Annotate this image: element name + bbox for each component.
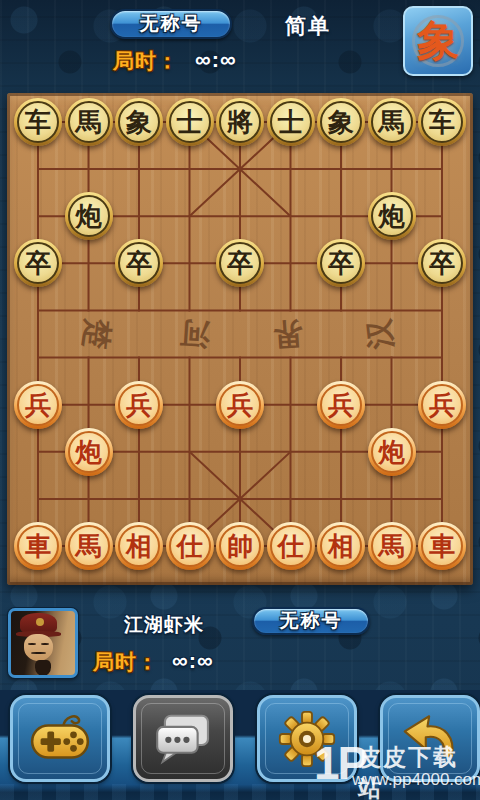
piece-face: 炮 bbox=[68, 431, 110, 473]
piece-face: 馬 bbox=[68, 525, 110, 567]
piece-face: 象 bbox=[118, 101, 160, 143]
piece-face: 卒 bbox=[421, 242, 463, 284]
opponent-time-value: ∞:∞ bbox=[195, 47, 237, 73]
piece-black-c3r1[interactable]: 象 bbox=[115, 98, 163, 146]
piece-char: 車 bbox=[429, 533, 455, 559]
piece-red-c7r10[interactable]: 相 bbox=[317, 522, 365, 570]
piece-char: 炮 bbox=[76, 439, 102, 465]
piece-red-c9r10[interactable]: 車 bbox=[418, 522, 466, 570]
piece-char: 卒 bbox=[227, 250, 253, 276]
piece-char: 象 bbox=[126, 109, 152, 135]
piece-black-c3r4[interactable]: 卒 bbox=[115, 239, 163, 287]
piece-red-c8r10[interactable]: 馬 bbox=[368, 522, 416, 570]
piece-char: 车 bbox=[25, 109, 51, 135]
xiangqi-logo-icon: 象 bbox=[417, 13, 459, 69]
piece-char: 卒 bbox=[25, 250, 51, 276]
piece-char: 卒 bbox=[126, 250, 152, 276]
piece-char: 炮 bbox=[379, 203, 405, 229]
piece-face: 相 bbox=[118, 525, 160, 567]
watermark-site-url: www.pp4000.com bbox=[352, 770, 480, 790]
piece-char: 卒 bbox=[429, 250, 455, 276]
game-screen: 无称号 简单 象 局时： ∞:∞ 楚 河 界 汉 车馬象士將士象馬车炮炮卒卒卒卒… bbox=[0, 0, 480, 800]
piece-char: 將 bbox=[227, 109, 253, 135]
piece-face: 象 bbox=[320, 101, 362, 143]
player-title-badge[interactable]: 无称号 bbox=[252, 607, 370, 635]
piece-face: 兵 bbox=[421, 384, 463, 426]
piece-face: 馬 bbox=[68, 101, 110, 143]
player-time-value: ∞:∞ bbox=[172, 648, 214, 674]
piece-red-c2r10[interactable]: 馬 bbox=[65, 522, 113, 570]
piece-face: 卒 bbox=[219, 242, 261, 284]
player-time-label: 局时： bbox=[93, 648, 159, 676]
piece-face: 兵 bbox=[17, 384, 59, 426]
piece-face: 兵 bbox=[219, 384, 261, 426]
piece-char: 馬 bbox=[76, 533, 102, 559]
piece-black-c8r3[interactable]: 炮 bbox=[368, 192, 416, 240]
avatar-face bbox=[24, 634, 53, 661]
app-logo-tile[interactable]: 象 bbox=[403, 6, 473, 76]
piece-black-c1r4[interactable]: 卒 bbox=[14, 239, 62, 287]
piece-black-c2r3[interactable]: 炮 bbox=[65, 192, 113, 240]
piece-red-c3r7[interactable]: 兵 bbox=[115, 381, 163, 429]
opponent-time-label: 局时： bbox=[113, 47, 179, 75]
piece-char: 兵 bbox=[328, 392, 354, 418]
piece-face: 車 bbox=[421, 525, 463, 567]
piece-black-c6r1[interactable]: 士 bbox=[267, 98, 315, 146]
piece-char: 相 bbox=[328, 533, 354, 559]
piece-char: 相 bbox=[126, 533, 152, 559]
piece-face: 仕 bbox=[270, 525, 312, 567]
river-char-he: 河 bbox=[176, 315, 214, 353]
piece-char: 兵 bbox=[126, 392, 152, 418]
player-name: 江湖虾米 bbox=[124, 612, 204, 638]
piece-char: 炮 bbox=[379, 439, 405, 465]
piece-face: 卒 bbox=[320, 242, 362, 284]
piece-char: 士 bbox=[177, 109, 203, 135]
piece-black-c5r4[interactable]: 卒 bbox=[216, 239, 264, 287]
piece-red-c1r10[interactable]: 車 bbox=[14, 522, 62, 570]
piece-red-c1r7[interactable]: 兵 bbox=[14, 381, 62, 429]
piece-face: 士 bbox=[169, 101, 211, 143]
gamepad-icon bbox=[26, 712, 94, 766]
difficulty-label: 简单 bbox=[285, 12, 331, 40]
xiangqi-board[interactable]: 楚 河 界 汉 车馬象士將士象馬车炮炮卒卒卒卒卒兵兵兵兵兵炮炮車馬相仕帥仕相馬車 bbox=[7, 93, 473, 585]
river-char-jie: 界 bbox=[269, 315, 307, 353]
piece-char: 馬 bbox=[76, 109, 102, 135]
piece-char: 車 bbox=[25, 533, 51, 559]
avatar-mustache bbox=[31, 652, 45, 654]
piece-red-c9r7[interactable]: 兵 bbox=[418, 381, 466, 429]
player-avatar[interactable] bbox=[8, 608, 78, 678]
piece-black-c8r1[interactable]: 馬 bbox=[368, 98, 416, 146]
piece-char: 仕 bbox=[278, 533, 304, 559]
piece-black-c9r1[interactable]: 车 bbox=[418, 98, 466, 146]
piece-char: 兵 bbox=[429, 392, 455, 418]
piece-red-c3r10[interactable]: 相 bbox=[115, 522, 163, 570]
game-menu-button[interactable] bbox=[10, 695, 110, 782]
piece-red-c4r10[interactable]: 仕 bbox=[166, 522, 214, 570]
piece-black-c1r1[interactable]: 车 bbox=[14, 98, 62, 146]
piece-char: 兵 bbox=[227, 392, 253, 418]
piece-face: 炮 bbox=[68, 195, 110, 237]
river-char-han: 汉 bbox=[360, 314, 400, 354]
piece-red-c7r7[interactable]: 兵 bbox=[317, 381, 365, 429]
piece-char: 兵 bbox=[25, 392, 51, 418]
piece-char: 仕 bbox=[177, 533, 203, 559]
piece-face: 帥 bbox=[219, 525, 261, 567]
piece-face: 卒 bbox=[17, 242, 59, 284]
piece-char: 炮 bbox=[76, 203, 102, 229]
avatar-eye bbox=[41, 643, 49, 645]
piece-face: 將 bbox=[219, 101, 261, 143]
piece-face: 士 bbox=[270, 101, 312, 143]
piece-face: 车 bbox=[17, 101, 59, 143]
avatar-eye bbox=[28, 643, 36, 645]
piece-red-c2r8[interactable]: 炮 bbox=[65, 428, 113, 476]
piece-face: 炮 bbox=[371, 195, 413, 237]
piece-char: 车 bbox=[429, 109, 455, 135]
piece-face: 車 bbox=[17, 525, 59, 567]
piece-red-c6r10[interactable]: 仕 bbox=[267, 522, 315, 570]
piece-black-c2r1[interactable]: 馬 bbox=[65, 98, 113, 146]
piece-char: 馬 bbox=[379, 109, 405, 135]
chat-button[interactable] bbox=[133, 695, 233, 782]
piece-face: 馬 bbox=[371, 525, 413, 567]
avatar-goatee bbox=[35, 660, 50, 677]
chat-icon bbox=[152, 711, 214, 767]
river-char-chu: 楚 bbox=[77, 314, 117, 354]
piece-face: 兵 bbox=[320, 384, 362, 426]
piece-black-c7r4[interactable]: 卒 bbox=[317, 239, 365, 287]
piece-face: 炮 bbox=[371, 431, 413, 473]
piece-red-c8r8[interactable]: 炮 bbox=[368, 428, 416, 476]
piece-red-c5r7[interactable]: 兵 bbox=[216, 381, 264, 429]
piece-black-c7r1[interactable]: 象 bbox=[317, 98, 365, 146]
piece-face: 相 bbox=[320, 525, 362, 567]
piece-char: 帥 bbox=[227, 533, 253, 559]
piece-face: 仕 bbox=[169, 525, 211, 567]
opponent-title-badge[interactable]: 无称号 bbox=[110, 9, 232, 39]
piece-char: 卒 bbox=[328, 250, 354, 276]
piece-black-c5r1[interactable]: 將 bbox=[216, 98, 264, 146]
piece-face: 馬 bbox=[371, 101, 413, 143]
piece-red-c5r10[interactable]: 帥 bbox=[216, 522, 264, 570]
piece-face: 车 bbox=[421, 101, 463, 143]
piece-black-c4r1[interactable]: 士 bbox=[166, 98, 214, 146]
piece-face: 兵 bbox=[118, 384, 160, 426]
piece-char: 馬 bbox=[379, 533, 405, 559]
piece-char: 士 bbox=[278, 109, 304, 135]
piece-face: 卒 bbox=[118, 242, 160, 284]
piece-char: 象 bbox=[328, 109, 354, 135]
piece-black-c9r4[interactable]: 卒 bbox=[418, 239, 466, 287]
